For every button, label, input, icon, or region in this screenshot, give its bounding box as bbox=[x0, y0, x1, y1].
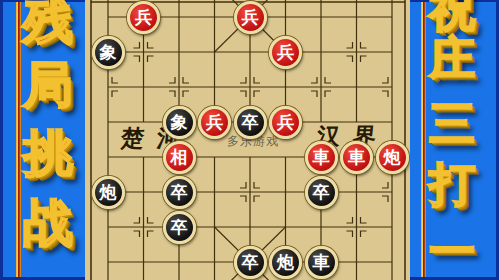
banner-right-stripe bbox=[421, 2, 426, 277]
video-frame: 残局挑战 楚河 汉界 多乐游戏 兵兵象兵象兵卒兵相車車炮炮卒卒卒卒炮車 祝庄三打… bbox=[0, 0, 499, 280]
piece-black-6[interactable]: 卒 bbox=[234, 106, 267, 139]
banner-left: 残局挑战 bbox=[0, 0, 85, 280]
piece-black-16[interactable]: 卒 bbox=[234, 246, 267, 279]
piece-black-17[interactable]: 炮 bbox=[269, 246, 302, 279]
piece-red-7[interactable]: 兵 bbox=[269, 106, 302, 139]
banner-char: 局 bbox=[23, 60, 73, 110]
piece-black-4[interactable]: 象 bbox=[163, 106, 196, 139]
banner-char: 打 bbox=[429, 161, 475, 207]
piece-red-9[interactable]: 車 bbox=[305, 141, 338, 174]
piece-red-1[interactable]: 兵 bbox=[234, 1, 267, 34]
piece-red-10[interactable]: 車 bbox=[340, 141, 373, 174]
banner-char: 三 bbox=[429, 100, 475, 146]
banner-left-stripe bbox=[16, 2, 21, 277]
piece-red-11[interactable]: 炮 bbox=[376, 141, 409, 174]
piece-red-0[interactable]: 兵 bbox=[127, 1, 160, 34]
banner-char: 残 bbox=[23, 0, 73, 46]
piece-red-5[interactable]: 兵 bbox=[198, 106, 231, 139]
piece-red-8[interactable]: 相 bbox=[163, 141, 196, 174]
banner-char: 庄 bbox=[429, 35, 475, 81]
piece-black-2[interactable]: 象 bbox=[92, 36, 125, 69]
banner-char: 祝 bbox=[429, 0, 475, 32]
piece-red-3[interactable]: 兵 bbox=[269, 36, 302, 69]
banner-char: 一 bbox=[429, 228, 475, 274]
banner-right: 祝庄三打一 bbox=[410, 0, 499, 280]
banner-char: 挑 bbox=[23, 128, 73, 178]
xiangqi-board[interactable]: 楚河 汉界 多乐游戏 兵兵象兵象兵卒兵相車車炮炮卒卒卒卒炮車 bbox=[85, 0, 410, 280]
piece-black-14[interactable]: 卒 bbox=[305, 176, 338, 209]
piece-black-15[interactable]: 卒 bbox=[163, 211, 196, 244]
banner-char: 战 bbox=[23, 198, 73, 248]
piece-black-18[interactable]: 車 bbox=[305, 246, 338, 279]
piece-black-12[interactable]: 炮 bbox=[92, 176, 125, 209]
piece-black-13[interactable]: 卒 bbox=[163, 176, 196, 209]
